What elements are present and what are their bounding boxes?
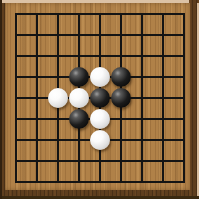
grid-line-horizontal	[15, 160, 185, 162]
grid-line-horizontal	[15, 181, 185, 183]
board-edge-highlight-top	[1, 0, 189, 3]
stone-black	[69, 67, 89, 87]
stone-white	[90, 130, 110, 150]
board-edge-shadow-bottom	[2, 196, 200, 199]
board-grid	[16, 14, 184, 182]
grid-line-horizontal	[15, 55, 185, 57]
board-edge-highlight-right	[197, 3, 200, 196]
stone-white	[90, 67, 110, 87]
stone-white	[69, 88, 89, 108]
board-edge-shadow-left	[0, 0, 2, 199]
grid-line-horizontal	[15, 13, 185, 15]
stone-black	[111, 67, 131, 87]
stone-white	[90, 109, 110, 129]
go-board	[0, 0, 199, 199]
stone-white	[48, 88, 68, 108]
grid-line-horizontal	[15, 34, 185, 36]
stone-black	[111, 88, 131, 108]
stone-black	[90, 88, 110, 108]
board-surface[interactable]	[5, 3, 190, 190]
stone-black	[69, 109, 89, 129]
